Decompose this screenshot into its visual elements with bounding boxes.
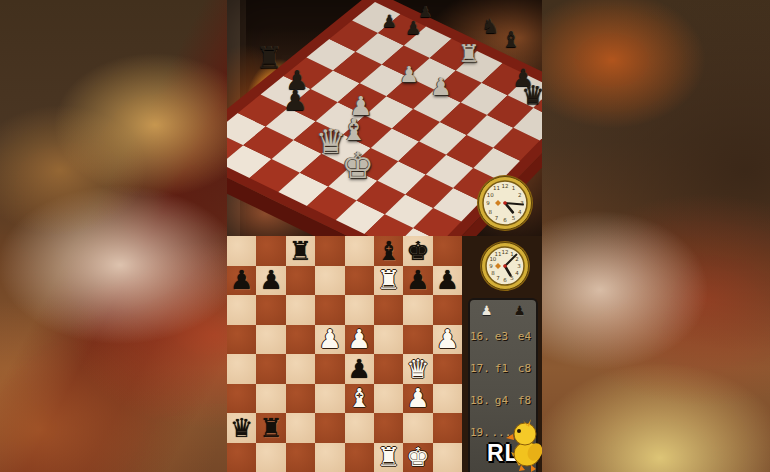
square-g1[interactable]: ♚ [403, 443, 432, 472]
move-row-18: 18.g4f8 [470, 384, 536, 416]
move-list-header: ♟ ♟ [470, 304, 536, 317]
square-f1[interactable]: ♜ [374, 443, 403, 472]
clock-numeral: 12 [502, 249, 509, 255]
white-move: e3 [490, 330, 513, 343]
square-e4[interactable]: ♟ [345, 354, 374, 384]
square-f2[interactable] [374, 413, 403, 443]
piece-black-pawn-a7: ♟ [230, 267, 253, 293]
square-h6[interactable] [433, 295, 462, 325]
clock-numeral: 6 [503, 277, 507, 283]
square-c3[interactable] [286, 384, 315, 414]
piece-white-pawn-h5: ♟ [436, 326, 459, 352]
black-move: e4 [513, 330, 536, 343]
square-e1[interactable] [345, 443, 374, 472]
square-c4[interactable] [286, 354, 315, 384]
square-e8[interactable] [345, 236, 374, 266]
analog-clock: 121234567891011 [479, 240, 531, 292]
square-c6[interactable] [286, 295, 315, 325]
clock-numeral: 2 [515, 256, 519, 262]
square-g7[interactable]: ♟ [403, 266, 432, 296]
white-column-pawn-icon: ♟ [470, 304, 503, 317]
square-g3[interactable]: ♟ [403, 384, 432, 414]
top-screen-3d-view: ♟♟♞♟♝♜♜♟♟♟♟♛♟♟♝♛♚ 121234567891011 [227, 0, 542, 236]
clock-numeral: 9 [489, 263, 493, 269]
square-h5[interactable]: ♟ [433, 325, 462, 355]
square-a6[interactable] [227, 295, 256, 325]
square-e7[interactable] [345, 266, 374, 296]
clock-center-pin [503, 201, 507, 205]
clock-numeral: 2 [518, 192, 522, 198]
clock-numeral: 10 [489, 256, 496, 262]
square-h2[interactable] [433, 413, 462, 443]
piece-white-rook-f7: ♜ [377, 267, 400, 293]
square-a7[interactable]: ♟ [227, 266, 256, 296]
piece-black-bishop-f8: ♝ [377, 238, 400, 264]
square-d2[interactable] [315, 413, 344, 443]
square-b7[interactable]: ♟ [256, 266, 285, 296]
clock-numeral: 10 [487, 192, 494, 198]
piece-black-rook-b2: ♜ [259, 415, 282, 441]
clock-numeral: 11 [493, 185, 500, 191]
square-e6[interactable] [345, 295, 374, 325]
piece-white-king-g1: ♚ [406, 444, 429, 470]
square-h8[interactable] [433, 236, 462, 266]
square-d5[interactable]: ♟ [315, 325, 344, 355]
square-g5[interactable] [403, 325, 432, 355]
clock-numeral: 9 [486, 200, 490, 206]
square-g2[interactable] [403, 413, 432, 443]
piece-black-pawn-g7: ♟ [406, 267, 429, 293]
clock-numeral: 5 [512, 215, 516, 221]
clock-numeral: 1 [512, 185, 516, 191]
square-c5[interactable] [286, 325, 315, 355]
square-h3[interactable] [433, 384, 462, 414]
square-b2[interactable]: ♜ [256, 413, 285, 443]
square-b5[interactable] [256, 325, 285, 355]
clock-numeral: 8 [491, 270, 495, 276]
square-g6[interactable] [403, 295, 432, 325]
square-a1[interactable] [227, 443, 256, 472]
square-a4[interactable] [227, 354, 256, 384]
square-h7[interactable]: ♟ [433, 266, 462, 296]
mascot-bird [505, 418, 542, 472]
square-f3[interactable] [374, 384, 403, 414]
piece-black-queen-a2: ♛ [230, 415, 253, 441]
square-h4[interactable] [433, 354, 462, 384]
square-b1[interactable] [256, 443, 285, 472]
clock-numeral: 7 [495, 215, 499, 221]
piece-black-pawn-e4: ♟ [348, 356, 371, 382]
move-number: 19. [470, 426, 490, 439]
square-f7[interactable]: ♜ [374, 266, 403, 296]
square-b4[interactable] [256, 354, 285, 384]
piece-white-pawn-g3: ♟ [406, 385, 429, 411]
clock-numeral: 6 [503, 217, 507, 223]
bottom-screen-2d-view: ♜♝♚♟♟♜♟♟♟♟♟♟♛♝♟♛♜♜♚ 121234567891011 ♟ ♟ … [227, 236, 542, 472]
square-g4[interactable]: ♛ [403, 354, 432, 384]
square-d8[interactable] [315, 236, 344, 266]
chess-clock-top: 121234567891011 [476, 174, 534, 236]
piece-black-pawn-h7: ♟ [436, 267, 459, 293]
square-d6[interactable] [315, 295, 344, 325]
square-d4[interactable] [315, 354, 344, 384]
piece-black-king-g8: ♚ [406, 238, 429, 264]
clock-numeral: 12 [502, 183, 509, 189]
clock-numeral: 4 [515, 270, 519, 276]
clock-numeral: 7 [496, 275, 500, 281]
move-row-16: 16.e3e4 [470, 320, 536, 352]
square-d1[interactable] [315, 443, 344, 472]
piece-black-pawn-b7: ♟ [259, 267, 282, 293]
square-a2[interactable]: ♛ [227, 413, 256, 443]
square-f4[interactable] [374, 354, 403, 384]
square-a5[interactable] [227, 325, 256, 355]
square-b8[interactable] [256, 236, 285, 266]
move-number: 16. [470, 330, 490, 343]
piece-white-bishop-e3: ♝ [348, 385, 371, 411]
piece-white-queen-g4: ♛ [406, 356, 429, 382]
board-2d[interactable]: ♜♝♚♟♟♜♟♟♟♟♟♟♛♝♟♛♜♜♚ [227, 236, 462, 472]
ds-dual-screen-capture: ♟♟♞♟♝♜♜♟♟♟♟♛♟♟♝♛♚ 121234567891011 ♜♝♚♟♟♜… [0, 0, 770, 472]
clock-numeral: 11 [495, 251, 502, 257]
black-move: f8 [513, 394, 536, 407]
white-move: g4 [490, 394, 513, 407]
black-column-pawn-icon: ♟ [503, 304, 536, 317]
white-move: f1 [490, 362, 513, 375]
square-c8[interactable]: ♜ [286, 236, 315, 266]
piece-white-pawn-e5: ♟ [348, 326, 371, 352]
square-b6[interactable] [256, 295, 285, 325]
chess-clock-bottom: 121234567891011 [479, 240, 531, 296]
square-e5[interactable]: ♟ [345, 325, 374, 355]
move-number: 18. [470, 394, 490, 407]
piece-white-pawn-d5: ♟ [318, 326, 341, 352]
square-a8[interactable] [227, 236, 256, 266]
move-number: 17. [470, 362, 490, 375]
square-e2[interactable] [345, 413, 374, 443]
clock-numeral: 3 [517, 263, 521, 269]
square-f5[interactable] [374, 325, 403, 355]
square-c1[interactable] [286, 443, 315, 472]
square-f6[interactable] [374, 295, 403, 325]
clock-numeral: 4 [518, 209, 522, 215]
move-row-17: 17.f1c8 [470, 352, 536, 384]
clock-numeral: 1 [510, 251, 514, 257]
clock-numeral: 8 [489, 209, 493, 215]
square-c2[interactable] [286, 413, 315, 443]
black-move: c8 [513, 362, 536, 375]
piece-black-rook-c8: ♜ [289, 238, 312, 264]
analog-clock: 121234567891011 [476, 174, 534, 232]
square-a3[interactable] [227, 384, 256, 414]
piece-white-rook-f1: ♜ [377, 444, 400, 470]
square-f8[interactable]: ♝ [374, 236, 403, 266]
square-c7[interactable] [286, 266, 315, 296]
square-d3[interactable] [315, 384, 344, 414]
clock-center-pin [503, 264, 507, 268]
square-g8[interactable]: ♚ [403, 236, 432, 266]
square-d7[interactable] [315, 266, 344, 296]
square-e3[interactable]: ♝ [345, 384, 374, 414]
square-b3[interactable] [256, 384, 285, 414]
square-h1[interactable] [433, 443, 462, 472]
